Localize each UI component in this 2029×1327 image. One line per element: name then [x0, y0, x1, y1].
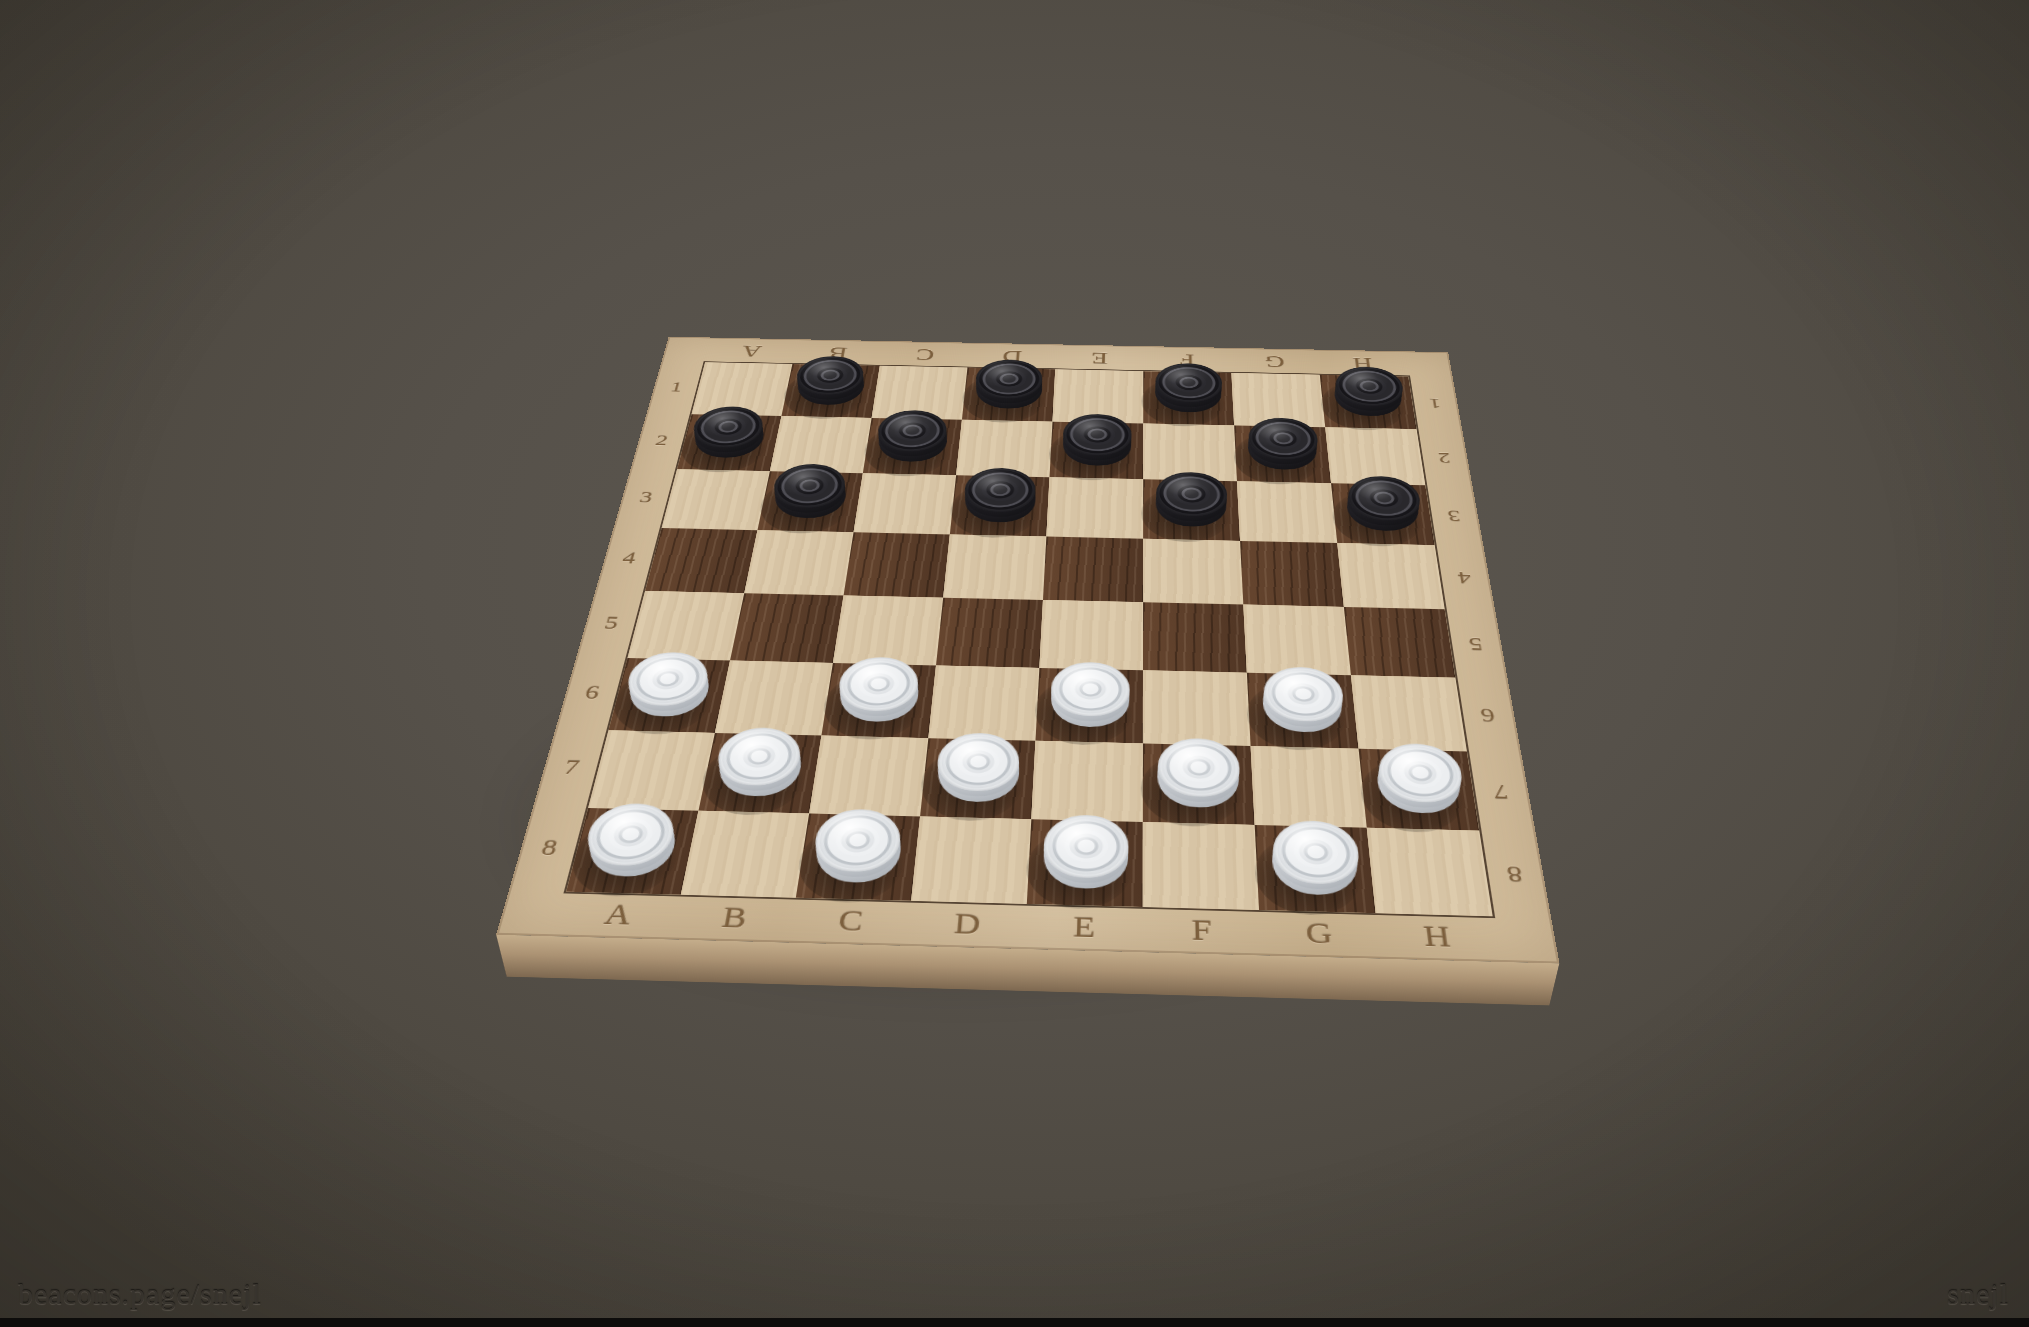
scene: AABBCCDDEEFFGGHH1122334455667788 beacons… [0, 0, 2029, 1327]
watermark-left: beacons.page/snejl [18, 1277, 262, 1311]
vignette [0, 0, 2029, 1327]
bottom-bar [0, 1318, 2029, 1327]
watermark-right: snejl [1947, 1277, 2009, 1311]
